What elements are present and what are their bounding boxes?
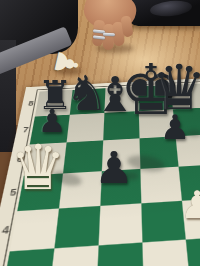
square-a4[interactable] bbox=[10, 209, 59, 252]
square-b3[interactable] bbox=[49, 245, 98, 266]
square-c3[interactable] bbox=[97, 242, 144, 266]
black-pawn-e7[interactable]: ♟ bbox=[160, 110, 190, 144]
silver-ring bbox=[103, 33, 115, 36]
hand-shadow bbox=[96, 44, 134, 53]
square-d5[interactable] bbox=[140, 167, 182, 204]
rank-label-4: 4 bbox=[0, 223, 14, 236]
square-c4[interactable] bbox=[99, 203, 143, 245]
black-pawn-c5[interactable]: ♟ bbox=[94, 146, 133, 190]
square-e3[interactable] bbox=[186, 237, 200, 266]
white-pawn-e4[interactable]: ♟ bbox=[180, 186, 200, 224]
rank-label-8: 8 bbox=[25, 99, 37, 107]
white-queen-a5[interactable]: ♛ bbox=[10, 137, 66, 199]
photo-frame: ♟ 87654 ♜♞♝♚♛♟♟♟♛♟ bbox=[0, 0, 200, 266]
square-b4[interactable] bbox=[54, 206, 100, 248]
square-a3[interactable] bbox=[1, 248, 54, 266]
square-d3[interactable] bbox=[142, 240, 190, 266]
